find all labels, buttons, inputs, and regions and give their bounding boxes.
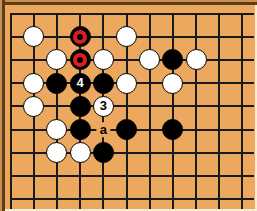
board-point	[185, 72, 208, 95]
cut-edge-bottom	[0, 209, 257, 211]
board-point	[69, 25, 92, 48]
board-point: 3	[92, 95, 115, 118]
white-stone	[139, 49, 160, 70]
board-point	[231, 95, 254, 118]
board-point	[69, 164, 92, 187]
black-stone	[70, 119, 91, 140]
black-stone	[162, 119, 183, 140]
black-stone	[93, 73, 114, 94]
circle-mark-icon	[73, 30, 87, 44]
black-stone	[70, 26, 91, 47]
white-stone	[162, 73, 183, 94]
board-point	[22, 188, 45, 211]
board-point	[161, 2, 184, 25]
board-point	[185, 164, 208, 187]
board-point	[115, 118, 138, 141]
board-point	[208, 72, 231, 95]
board-point	[138, 48, 161, 71]
black-stone	[116, 119, 137, 140]
board-point	[92, 48, 115, 71]
board-point	[22, 2, 45, 25]
point-label-a: a	[97, 122, 110, 137]
black-stone	[46, 73, 67, 94]
white-stone	[93, 49, 114, 70]
white-stone	[46, 142, 67, 163]
go-diagram: 43a	[0, 0, 257, 211]
board-point	[138, 2, 161, 25]
board-point	[45, 2, 68, 25]
board-point	[208, 164, 231, 187]
black-stone	[93, 142, 114, 163]
white-stone	[116, 26, 137, 47]
go-board-grid: 43a	[0, 2, 254, 211]
board-point	[231, 48, 254, 71]
stone-label: 4	[77, 76, 84, 89]
board-point	[115, 2, 138, 25]
black-stone	[70, 49, 91, 70]
white-stone	[186, 49, 207, 70]
board-point	[231, 72, 254, 95]
black-stone: 4	[70, 73, 91, 94]
board-point	[138, 95, 161, 118]
board-point	[115, 25, 138, 48]
board-point	[231, 25, 254, 48]
board-point	[161, 188, 184, 211]
board-point	[231, 2, 254, 25]
board-point	[185, 25, 208, 48]
stone-label: 3	[100, 100, 107, 113]
board-point	[92, 164, 115, 187]
board-point	[115, 95, 138, 118]
board-point	[185, 118, 208, 141]
board-point	[69, 141, 92, 164]
board-point	[69, 118, 92, 141]
board-point	[69, 188, 92, 211]
board-point	[22, 95, 45, 118]
board-point	[161, 95, 184, 118]
board-point	[185, 48, 208, 71]
board-point	[69, 95, 92, 118]
board-point	[22, 25, 45, 48]
board-point	[92, 72, 115, 95]
white-stone	[23, 26, 44, 47]
board-point	[45, 188, 68, 211]
board-point	[161, 72, 184, 95]
board-point	[45, 72, 68, 95]
white-stone	[23, 96, 44, 117]
black-stone	[162, 49, 183, 70]
board-point	[22, 72, 45, 95]
board-point	[208, 48, 231, 71]
board-point	[45, 118, 68, 141]
board-point	[22, 141, 45, 164]
black-stone	[70, 96, 91, 117]
board-point	[115, 48, 138, 71]
board-point	[92, 141, 115, 164]
board-point: 4	[69, 72, 92, 95]
white-stone	[70, 142, 91, 163]
board-point	[138, 72, 161, 95]
board-point	[45, 141, 68, 164]
board-point	[161, 141, 184, 164]
board-point	[185, 2, 208, 25]
board-point	[45, 164, 68, 187]
board-point: a	[92, 118, 115, 141]
board-point	[138, 118, 161, 141]
board-point	[45, 95, 68, 118]
board-point	[69, 48, 92, 71]
board-point	[45, 48, 68, 71]
board-point	[185, 95, 208, 118]
board-point	[115, 164, 138, 187]
board-point	[231, 188, 254, 211]
board-point	[185, 188, 208, 211]
board-frame-top-edge	[0, 0, 257, 5]
board-point	[45, 25, 68, 48]
board-point	[161, 48, 184, 71]
board-point	[208, 2, 231, 25]
board-frame-left-edge	[0, 0, 5, 211]
white-stone	[46, 49, 67, 70]
white-stone	[116, 73, 137, 94]
board-point	[208, 95, 231, 118]
board-point	[208, 188, 231, 211]
board-point	[231, 141, 254, 164]
board-point	[115, 141, 138, 164]
circle-mark-icon	[73, 53, 87, 67]
board-point	[185, 141, 208, 164]
board-point	[69, 2, 92, 25]
board-point	[208, 118, 231, 141]
board-point	[208, 141, 231, 164]
board-point	[115, 72, 138, 95]
board-point	[138, 25, 161, 48]
white-stone	[46, 119, 67, 140]
board-point	[92, 2, 115, 25]
board-point	[208, 25, 231, 48]
board-point	[161, 25, 184, 48]
board-point	[138, 164, 161, 187]
cut-edge-right	[255, 0, 257, 211]
white-stone	[23, 73, 44, 94]
board-point	[231, 164, 254, 187]
board-point	[138, 141, 161, 164]
board-point	[231, 118, 254, 141]
board-point	[22, 164, 45, 187]
board-point	[22, 118, 45, 141]
board-point	[92, 188, 115, 211]
board-point	[92, 25, 115, 48]
board-point	[138, 188, 161, 211]
board-point	[161, 118, 184, 141]
white-stone: 3	[93, 96, 114, 117]
board-point	[115, 188, 138, 211]
board-point	[161, 164, 184, 187]
board-point	[22, 48, 45, 71]
